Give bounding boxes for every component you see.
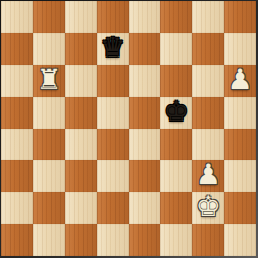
square-a4[interactable]: [1, 129, 33, 161]
square-g3[interactable]: ♟: [192, 160, 224, 192]
board-frame: ♛♜♟♚♟♚: [0, 0, 258, 258]
square-d5[interactable]: [97, 97, 129, 129]
white-pawn[interactable]: ♟: [228, 66, 253, 94]
square-b6[interactable]: ♜: [33, 65, 65, 97]
square-b5[interactable]: [33, 97, 65, 129]
square-b4[interactable]: [33, 129, 65, 161]
square-f8[interactable]: [160, 1, 192, 33]
square-g2[interactable]: ♚: [192, 192, 224, 224]
square-g1[interactable]: [192, 224, 224, 256]
square-f1[interactable]: [160, 224, 192, 256]
square-g5[interactable]: [192, 97, 224, 129]
square-g4[interactable]: [192, 129, 224, 161]
square-b2[interactable]: [33, 192, 65, 224]
square-a7[interactable]: [1, 33, 33, 65]
square-c3[interactable]: [65, 160, 97, 192]
square-b1[interactable]: [33, 224, 65, 256]
white-king[interactable]: ♚: [196, 193, 221, 221]
black-king[interactable]: ♚: [164, 98, 189, 126]
square-g7[interactable]: [192, 33, 224, 65]
square-h8[interactable]: [224, 1, 256, 33]
white-rook[interactable]: ♜: [36, 66, 61, 94]
square-e3[interactable]: [129, 160, 161, 192]
square-e4[interactable]: [129, 129, 161, 161]
square-h7[interactable]: [224, 33, 256, 65]
square-f5[interactable]: ♚: [160, 97, 192, 129]
square-d8[interactable]: [97, 1, 129, 33]
black-queen[interactable]: ♛: [100, 34, 125, 62]
square-f2[interactable]: [160, 192, 192, 224]
square-a1[interactable]: [1, 224, 33, 256]
white-pawn[interactable]: ♟: [196, 161, 221, 189]
square-h2[interactable]: [224, 192, 256, 224]
square-a2[interactable]: [1, 192, 33, 224]
square-h1[interactable]: [224, 224, 256, 256]
square-g6[interactable]: [192, 65, 224, 97]
square-d3[interactable]: [97, 160, 129, 192]
square-h3[interactable]: [224, 160, 256, 192]
square-d1[interactable]: [97, 224, 129, 256]
square-f6[interactable]: [160, 65, 192, 97]
chess-board: ♛♜♟♚♟♚: [1, 1, 256, 256]
square-a5[interactable]: [1, 97, 33, 129]
square-e7[interactable]: [129, 33, 161, 65]
square-a6[interactable]: [1, 65, 33, 97]
square-e2[interactable]: [129, 192, 161, 224]
square-f3[interactable]: [160, 160, 192, 192]
square-c5[interactable]: [65, 97, 97, 129]
square-d6[interactable]: [97, 65, 129, 97]
square-h5[interactable]: [224, 97, 256, 129]
square-e8[interactable]: [129, 1, 161, 33]
square-h4[interactable]: [224, 129, 256, 161]
square-c7[interactable]: [65, 33, 97, 65]
square-h6[interactable]: ♟: [224, 65, 256, 97]
square-a3[interactable]: [1, 160, 33, 192]
square-c2[interactable]: [65, 192, 97, 224]
square-a8[interactable]: [1, 1, 33, 33]
square-c1[interactable]: [65, 224, 97, 256]
square-d2[interactable]: [97, 192, 129, 224]
square-c6[interactable]: [65, 65, 97, 97]
square-g8[interactable]: [192, 1, 224, 33]
square-f7[interactable]: [160, 33, 192, 65]
square-c4[interactable]: [65, 129, 97, 161]
square-e5[interactable]: [129, 97, 161, 129]
square-d7[interactable]: ♛: [97, 33, 129, 65]
square-e1[interactable]: [129, 224, 161, 256]
square-c8[interactable]: [65, 1, 97, 33]
square-e6[interactable]: [129, 65, 161, 97]
chess-app-window: ♛♜♟♚♟♚: [0, 0, 258, 258]
square-d4[interactable]: [97, 129, 129, 161]
square-b7[interactable]: [33, 33, 65, 65]
square-b3[interactable]: [33, 160, 65, 192]
square-f4[interactable]: [160, 129, 192, 161]
square-b8[interactable]: [33, 1, 65, 33]
